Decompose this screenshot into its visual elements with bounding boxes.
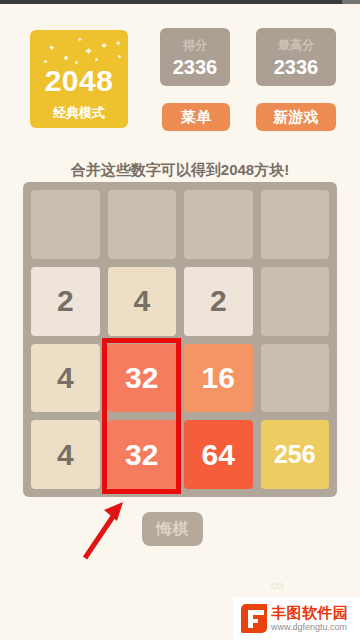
tile-4: 4 [108,267,177,336]
undo-button[interactable]: 悔棋 [142,512,203,546]
tile-64: 64 [184,420,253,489]
cell-empty [31,190,100,259]
cell-empty [261,344,330,413]
new-game-button[interactable]: 新游戏 [256,103,336,131]
cell-empty [184,190,253,259]
score-label: 得分 [160,37,230,54]
star-icon: ✦ [77,36,83,43]
tile-4: 4 [31,344,100,413]
top-bar [0,0,360,4]
star-dot [118,55,121,58]
best-score-label: 最高分 [256,37,336,54]
logo-title: 2048 [30,64,128,98]
highlight-box [102,338,181,494]
logo-tile: ✦ ✦ ✦ ✦ ✦ 2048 经典模式 [30,30,128,128]
star-icon: ✦ [115,40,122,48]
tile-256: 256 [261,420,330,489]
star-dot [64,56,68,60]
tile-4: 4 [31,420,100,489]
score-value: 2336 [160,56,230,79]
app-screen: ✦ ✦ ✦ ✦ ✦ 2048 经典模式 得分 2336 最高分 2336 菜单 … [0,0,360,640]
site-url: www.dgfengtu.com [271,623,349,632]
score-box: 得分 2336 [160,28,230,86]
logo-subtitle: 经典模式 [30,104,128,122]
tile-16: 16 [184,344,253,413]
cell-empty [108,190,177,259]
star-dot [75,61,78,64]
instruction-text: 合并这些数字可以得到2048方块! [0,161,360,180]
watermark: 丰图软件园 www.dgfengtu.com [233,597,360,640]
star-dot [95,58,98,61]
best-score-value: 2336 [256,56,336,79]
site-name: 丰图软件园 [271,605,349,620]
star-icon: ✦ [48,44,56,53]
star-icon: ✦ [100,41,108,51]
infinity-decoration: ∞ [270,574,284,597]
star-dot [44,60,47,63]
star-icon: ✦ [84,46,93,57]
menu-button[interactable]: 菜单 [162,103,230,131]
cell-empty [261,267,330,336]
best-score-box: 最高分 2336 [256,28,336,86]
cell-empty [261,190,330,259]
tile-2: 2 [31,267,100,336]
tile-2: 2 [184,267,253,336]
site-logo-icon [241,604,267,633]
